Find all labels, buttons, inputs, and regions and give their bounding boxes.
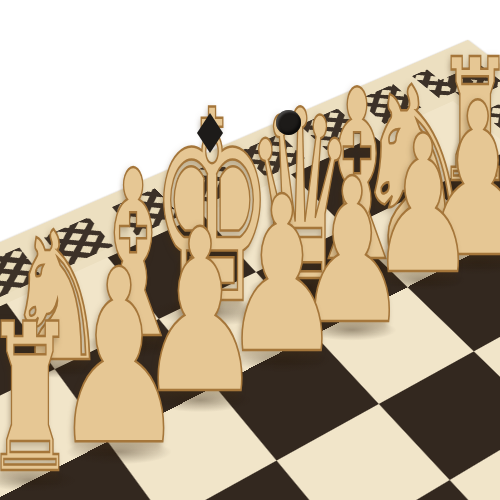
rook-glyph: ♜: [0, 320, 76, 480]
queen-black-ball-finial: [276, 110, 301, 135]
photo-scene: ♜♞♝♛♚♝♞♜♟♟♟♟♟♟: [0, 0, 500, 500]
